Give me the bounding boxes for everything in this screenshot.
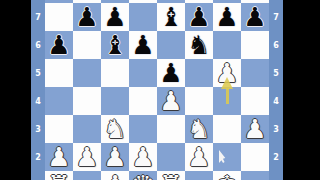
rank-label-6: 6 xyxy=(31,41,45,50)
white-piece-e1[interactable]: ♜ xyxy=(159,171,182,180)
white-piece-f3[interactable]: ♞ xyxy=(187,115,210,143)
square-d6[interactable]: ♟ xyxy=(129,31,157,59)
rank-label-3: 3 xyxy=(31,125,45,134)
square-e1[interactable]: ♜ xyxy=(157,171,185,180)
black-piece-h7[interactable]: ♟ xyxy=(243,3,266,31)
white-piece-g1[interactable]: ♚ xyxy=(215,171,238,180)
rank-label-2: 2 xyxy=(31,153,45,162)
square-g7[interactable]: ♟ xyxy=(213,3,241,31)
square-a1[interactable]: ♜ xyxy=(45,171,73,180)
white-piece-c3[interactable]: ♞ xyxy=(103,115,126,143)
black-piece-c6[interactable]: ♝ xyxy=(103,31,126,59)
rank-label-5: 5 xyxy=(31,69,45,78)
square-f5[interactable] xyxy=(185,59,213,87)
black-piece-c7[interactable]: ♟ xyxy=(103,3,126,31)
square-h1[interactable] xyxy=(241,171,269,180)
white-piece-h3[interactable]: ♟ xyxy=(243,115,266,143)
square-a6[interactable]: ♟ xyxy=(45,31,73,59)
white-piece-a1[interactable]: ♜ xyxy=(47,171,70,180)
square-g2[interactable] xyxy=(213,143,241,171)
white-piece-b2[interactable]: ♟ xyxy=(75,143,98,171)
square-f6[interactable]: ♞ xyxy=(185,31,213,59)
square-e2[interactable] xyxy=(157,143,185,171)
square-d3[interactable] xyxy=(129,115,157,143)
square-h4[interactable] xyxy=(241,87,269,115)
rank-label-4: 4 xyxy=(269,97,283,106)
square-b2[interactable]: ♟ xyxy=(73,143,101,171)
square-d2[interactable]: ♟ xyxy=(129,143,157,171)
square-h3[interactable]: ♟ xyxy=(241,115,269,143)
white-piece-e4[interactable]: ♟ xyxy=(159,87,182,115)
square-c7[interactable]: ♟ xyxy=(101,3,129,31)
square-c4[interactable] xyxy=(101,87,129,115)
square-a3[interactable] xyxy=(45,115,73,143)
square-f4[interactable] xyxy=(185,87,213,115)
white-piece-a2[interactable]: ♟ xyxy=(47,143,70,171)
black-piece-a6[interactable]: ♟ xyxy=(47,31,70,59)
rank-label-6: 6 xyxy=(269,41,283,50)
square-b6[interactable] xyxy=(73,31,101,59)
rank-label-7: 7 xyxy=(31,13,45,22)
square-c3[interactable]: ♞ xyxy=(101,115,129,143)
black-piece-b7[interactable]: ♟ xyxy=(75,3,98,31)
square-c6[interactable]: ♝ xyxy=(101,31,129,59)
square-f3[interactable]: ♞ xyxy=(185,115,213,143)
black-piece-f7[interactable]: ♟ xyxy=(187,3,210,31)
square-h5[interactable] xyxy=(241,59,269,87)
rank-label-4: 4 xyxy=(31,97,45,106)
square-e6[interactable] xyxy=(157,31,185,59)
black-piece-f6[interactable]: ♞ xyxy=(187,31,210,59)
square-b1[interactable] xyxy=(73,171,101,180)
square-g3[interactable] xyxy=(213,115,241,143)
white-piece-d2[interactable]: ♟ xyxy=(131,143,154,171)
chess-board[interactable]: ♜♛♜♚♟♟♝♟♟♟♟♝♟♞♟♟♟♞♞♟♟♟♟♟♟♜♝♛♜♚ xyxy=(45,0,269,180)
square-h2[interactable] xyxy=(241,143,269,171)
rank-label-7: 7 xyxy=(269,13,283,22)
white-piece-c2[interactable]: ♟ xyxy=(103,143,126,171)
square-a5[interactable] xyxy=(45,59,73,87)
black-piece-e5[interactable]: ♟ xyxy=(159,59,182,87)
square-d5[interactable] xyxy=(129,59,157,87)
square-a2[interactable]: ♟ xyxy=(45,143,73,171)
rank-label-2: 2 xyxy=(269,153,283,162)
square-c5[interactable] xyxy=(101,59,129,87)
square-e5[interactable]: ♟ xyxy=(157,59,185,87)
square-e7[interactable]: ♝ xyxy=(157,3,185,31)
square-g6[interactable] xyxy=(213,31,241,59)
square-g1[interactable]: ♚ xyxy=(213,171,241,180)
square-f7[interactable]: ♟ xyxy=(185,3,213,31)
square-d1[interactable]: ♛ xyxy=(129,171,157,180)
square-h7[interactable]: ♟ xyxy=(241,3,269,31)
black-piece-d6[interactable]: ♟ xyxy=(131,31,154,59)
black-piece-e7[interactable]: ♝ xyxy=(159,3,182,31)
square-b3[interactable] xyxy=(73,115,101,143)
square-d7[interactable] xyxy=(129,3,157,31)
square-h6[interactable] xyxy=(241,31,269,59)
white-piece-f2[interactable]: ♟ xyxy=(187,143,210,171)
square-e4[interactable]: ♟ xyxy=(157,87,185,115)
square-c1[interactable]: ♝ xyxy=(101,171,129,180)
white-piece-c1[interactable]: ♝ xyxy=(103,171,126,180)
square-d4[interactable] xyxy=(129,87,157,115)
square-b4[interactable] xyxy=(73,87,101,115)
square-e3[interactable] xyxy=(157,115,185,143)
white-piece-d1[interactable]: ♛ xyxy=(131,171,154,180)
black-piece-g7[interactable]: ♟ xyxy=(215,3,238,31)
square-a4[interactable] xyxy=(45,87,73,115)
square-b7[interactable]: ♟ xyxy=(73,3,101,31)
square-c2[interactable]: ♟ xyxy=(101,143,129,171)
chess-screenshot: ♜♛♜♚♟♟♝♟♟♟♟♝♟♞♟♟♟♞♞♟♟♟♟♟♟♜♝♛♜♚ 776655443… xyxy=(0,0,320,180)
square-b5[interactable] xyxy=(73,59,101,87)
square-f1[interactable] xyxy=(185,171,213,180)
arrow-tail xyxy=(226,88,229,104)
square-a7[interactable] xyxy=(45,3,73,31)
square-f2[interactable]: ♟ xyxy=(185,143,213,171)
rank-label-5: 5 xyxy=(269,69,283,78)
rank-label-3: 3 xyxy=(269,125,283,134)
